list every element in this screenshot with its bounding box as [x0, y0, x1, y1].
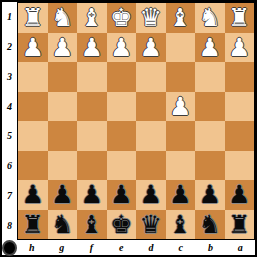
square-g1[interactable]: ♞ — [48, 3, 78, 33]
white-pawn-piece[interactable]: ♟ — [51, 35, 73, 60]
black-bishop-piece[interactable]: ♝ — [81, 212, 103, 237]
square-d7[interactable]: ♟ — [136, 180, 166, 210]
square-f6[interactable] — [77, 151, 107, 181]
square-d5[interactable] — [136, 121, 166, 151]
square-e7[interactable]: ♟ — [107, 180, 137, 210]
square-f8[interactable]: ♝ — [77, 210, 107, 240]
square-e3[interactable] — [107, 62, 137, 92]
square-a6[interactable] — [225, 151, 255, 181]
square-f1[interactable]: ♝ — [77, 3, 107, 33]
square-c5[interactable] — [166, 121, 196, 151]
square-c7[interactable]: ♟ — [166, 180, 196, 210]
rank-label-6: 6 — [2, 151, 17, 181]
file-label-c: c — [166, 240, 196, 255]
black-bishop-piece[interactable]: ♝ — [169, 212, 191, 237]
black-queen-piece[interactable]: ♛ — [140, 212, 162, 237]
square-a4[interactable] — [225, 92, 255, 122]
square-b3[interactable] — [195, 62, 225, 92]
square-b2[interactable]: ♟ — [195, 33, 225, 63]
black-pawn-piece[interactable]: ♟ — [51, 182, 73, 207]
square-g2[interactable]: ♟ — [48, 33, 78, 63]
square-g3[interactable] — [48, 62, 78, 92]
square-c8[interactable]: ♝ — [166, 210, 196, 240]
rank-label-8: 8 — [2, 210, 17, 240]
file-label-h: h — [17, 240, 47, 255]
white-rook-piece[interactable]: ♜ — [22, 5, 44, 30]
black-king-piece[interactable]: ♚ — [110, 212, 132, 237]
square-e8[interactable]: ♚ — [107, 210, 137, 240]
rank-label-4: 4 — [2, 91, 17, 121]
square-f7[interactable]: ♟ — [77, 180, 107, 210]
rank-label-2: 2 — [2, 32, 17, 62]
square-h8[interactable]: ♜ — [18, 210, 48, 240]
square-b4[interactable] — [195, 92, 225, 122]
square-d2[interactable]: ♟ — [136, 33, 166, 63]
rank-label-column: 12345678 — [2, 2, 17, 240]
white-knight-piece[interactable]: ♞ — [199, 5, 221, 30]
turn-indicator-cell — [2, 240, 17, 255]
white-queen-piece[interactable]: ♛ — [140, 5, 162, 30]
file-label-a: a — [225, 240, 255, 255]
white-pawn-piece[interactable]: ♟ — [140, 35, 162, 60]
black-to-move-indicator-icon — [2, 240, 17, 256]
square-d1[interactable]: ♛ — [136, 3, 166, 33]
square-h4[interactable] — [18, 92, 48, 122]
square-b1[interactable]: ♞ — [195, 3, 225, 33]
white-rook-piece[interactable]: ♜ — [228, 5, 250, 30]
black-pawn-piece[interactable]: ♟ — [169, 182, 191, 207]
square-c4[interactable]: ♟ — [166, 92, 196, 122]
file-label-b: b — [196, 240, 226, 255]
white-king-piece[interactable]: ♚ — [110, 5, 132, 30]
square-f5[interactable] — [77, 121, 107, 151]
file-label-d: d — [136, 240, 166, 255]
white-knight-piece[interactable]: ♞ — [51, 5, 73, 30]
square-h6[interactable] — [18, 151, 48, 181]
file-label-g: g — [47, 240, 77, 255]
square-a5[interactable] — [225, 121, 255, 151]
square-d3[interactable] — [136, 62, 166, 92]
black-rook-piece[interactable]: ♜ — [228, 212, 250, 237]
square-a1[interactable]: ♜ — [225, 3, 255, 33]
square-b6[interactable] — [195, 151, 225, 181]
square-e2[interactable]: ♟ — [107, 33, 137, 63]
white-pawn-piece[interactable]: ♟ — [199, 35, 221, 60]
square-a8[interactable]: ♜ — [225, 210, 255, 240]
rank-label-1: 1 — [2, 2, 17, 32]
square-f3[interactable] — [77, 62, 107, 92]
square-a7[interactable]: ♟ — [225, 180, 255, 210]
square-e6[interactable] — [107, 151, 137, 181]
square-h5[interactable] — [18, 121, 48, 151]
square-c1[interactable]: ♝ — [166, 3, 196, 33]
square-d6[interactable] — [136, 151, 166, 181]
black-pawn-piece[interactable]: ♟ — [81, 182, 103, 207]
square-b8[interactable]: ♞ — [195, 210, 225, 240]
rank-label-7: 7 — [2, 181, 17, 211]
rank-label-5: 5 — [2, 121, 17, 151]
white-pawn-piece[interactable]: ♟ — [169, 94, 191, 119]
white-pawn-piece[interactable]: ♟ — [110, 35, 132, 60]
black-knight-piece[interactable]: ♞ — [199, 212, 221, 237]
square-e1[interactable]: ♚ — [107, 3, 137, 33]
chess-board: ♜♞♝♚♛♝♞♜♟♟♟♟♟♟♟♟♟♟♟♟♟♟♟♟♜♞♝♚♛♝♞♜ — [17, 2, 255, 240]
square-b7[interactable]: ♟ — [195, 180, 225, 210]
square-e5[interactable] — [107, 121, 137, 151]
file-label-row: hgfedcba — [17, 240, 255, 255]
square-a3[interactable] — [225, 62, 255, 92]
square-e4[interactable] — [107, 92, 137, 122]
square-g8[interactable]: ♞ — [48, 210, 78, 240]
square-c2[interactable] — [166, 33, 196, 63]
square-f2[interactable]: ♟ — [77, 33, 107, 63]
square-f4[interactable] — [77, 92, 107, 122]
square-h3[interactable] — [18, 62, 48, 92]
white-pawn-piece[interactable]: ♟ — [81, 35, 103, 60]
square-g6[interactable] — [48, 151, 78, 181]
file-label-f: f — [77, 240, 107, 255]
black-pawn-piece[interactable]: ♟ — [228, 182, 250, 207]
black-knight-piece[interactable]: ♞ — [51, 212, 73, 237]
chess-board-window: 12345678 ♜♞♝♚♛♝♞♜♟♟♟♟♟♟♟♟♟♟♟♟♟♟♟♟♜♞♝♚♛♝♞… — [0, 0, 257, 257]
square-h7[interactable]: ♟ — [18, 180, 48, 210]
square-g5[interactable] — [48, 121, 78, 151]
square-c3[interactable] — [166, 62, 196, 92]
white-bishop-piece[interactable]: ♝ — [169, 5, 191, 30]
black-pawn-piece[interactable]: ♟ — [199, 182, 221, 207]
square-h1[interactable]: ♜ — [18, 3, 48, 33]
square-d4[interactable] — [136, 92, 166, 122]
rank-label-3: 3 — [2, 62, 17, 92]
white-bishop-piece[interactable]: ♝ — [81, 5, 103, 30]
square-c6[interactable] — [166, 151, 196, 181]
square-g7[interactable]: ♟ — [48, 180, 78, 210]
black-rook-piece[interactable]: ♜ — [22, 212, 44, 237]
square-d8[interactable]: ♛ — [136, 210, 166, 240]
file-label-e: e — [106, 240, 136, 255]
white-pawn-piece[interactable]: ♟ — [22, 35, 44, 60]
black-pawn-piece[interactable]: ♟ — [140, 182, 162, 207]
square-b5[interactable] — [195, 121, 225, 151]
square-a2[interactable]: ♟ — [225, 33, 255, 63]
square-g4[interactable] — [48, 92, 78, 122]
square-h2[interactable]: ♟ — [18, 33, 48, 63]
black-pawn-piece[interactable]: ♟ — [110, 182, 132, 207]
black-pawn-piece[interactable]: ♟ — [22, 182, 44, 207]
white-pawn-piece[interactable]: ♟ — [228, 35, 250, 60]
